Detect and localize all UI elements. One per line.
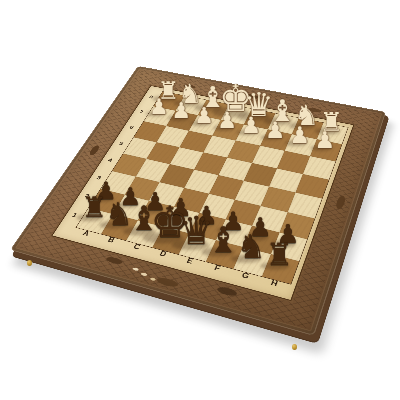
white-pawn-e7[interactable]: ♟ [241,114,261,136]
black-rook-a1[interactable]: ♜ [81,194,106,222]
white-pawn-f7[interactable]: ♟ [265,119,285,142]
brass-hinge-pin [27,260,32,266]
black-rook-h1[interactable]: ♜ [266,240,293,271]
white-pawn-c7[interactable]: ♟ [194,105,214,127]
white-pawn-b7[interactable]: ♟ [172,100,192,122]
brass-hinge-pin [292,344,297,350]
product-photo-stage: 12345678ABCDEFGH ♜♞♝♚♛♝♞♜♟♟♟♟♟♟♟♟♟♟♟♟♟♟♟… [0,0,400,400]
white-pawn-a7[interactable]: ♟ [149,96,168,118]
black-knight-g1[interactable]: ♞ [236,231,265,264]
white-pawn-h7[interactable]: ♟ [315,128,336,151]
black-bishop-f1[interactable]: ♝ [208,222,239,257]
white-pawn-g7[interactable]: ♟ [289,123,310,146]
pieces-layer: ♜♞♝♚♛♝♞♜♟♟♟♟♟♟♟♟♟♟♟♟♟♟♟♟♜♞♝♚♛♝♞♜ [0,0,400,400]
white-pawn-d7[interactable]: ♟ [217,109,237,131]
